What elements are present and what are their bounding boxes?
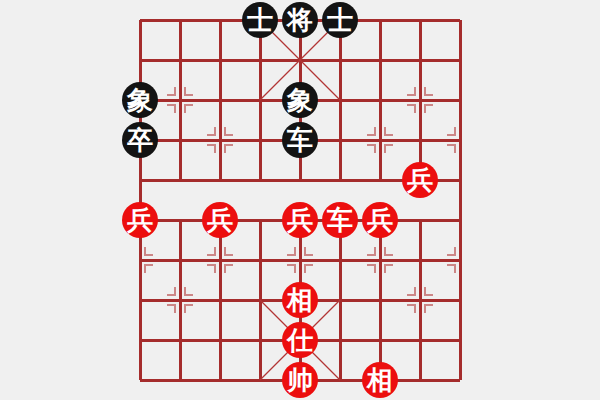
piece-black-elephant[interactable]: 象 xyxy=(122,82,158,118)
piece-black-soldier[interactable]: 卒 xyxy=(122,122,158,158)
piece-red-soldier[interactable]: 兵 xyxy=(202,202,238,238)
piece-black-chariot[interactable]: 车 xyxy=(282,122,318,158)
piece-black-advisor[interactable]: 士 xyxy=(322,2,358,38)
piece-red-general[interactable]: 帅 xyxy=(282,362,318,398)
piece-black-elephant[interactable]: 象 xyxy=(282,82,318,118)
piece-red-soldier[interactable]: 兵 xyxy=(362,202,398,238)
piece-red-soldier[interactable]: 兵 xyxy=(402,162,438,198)
piece-black-general[interactable]: 将 xyxy=(282,2,318,38)
piece-red-elephant[interactable]: 相 xyxy=(362,362,398,398)
piece-red-chariot[interactable]: 车 xyxy=(322,202,358,238)
xiangqi-diagram: 士将士象象卒车兵兵兵兵车兵相仕帅相 xyxy=(0,0,600,400)
piece-red-elephant[interactable]: 相 xyxy=(282,282,318,318)
piece-red-soldier[interactable]: 兵 xyxy=(282,202,318,238)
piece-black-advisor[interactable]: 士 xyxy=(242,2,278,38)
piece-red-soldier[interactable]: 兵 xyxy=(122,202,158,238)
piece-red-advisor[interactable]: 仕 xyxy=(282,322,318,358)
